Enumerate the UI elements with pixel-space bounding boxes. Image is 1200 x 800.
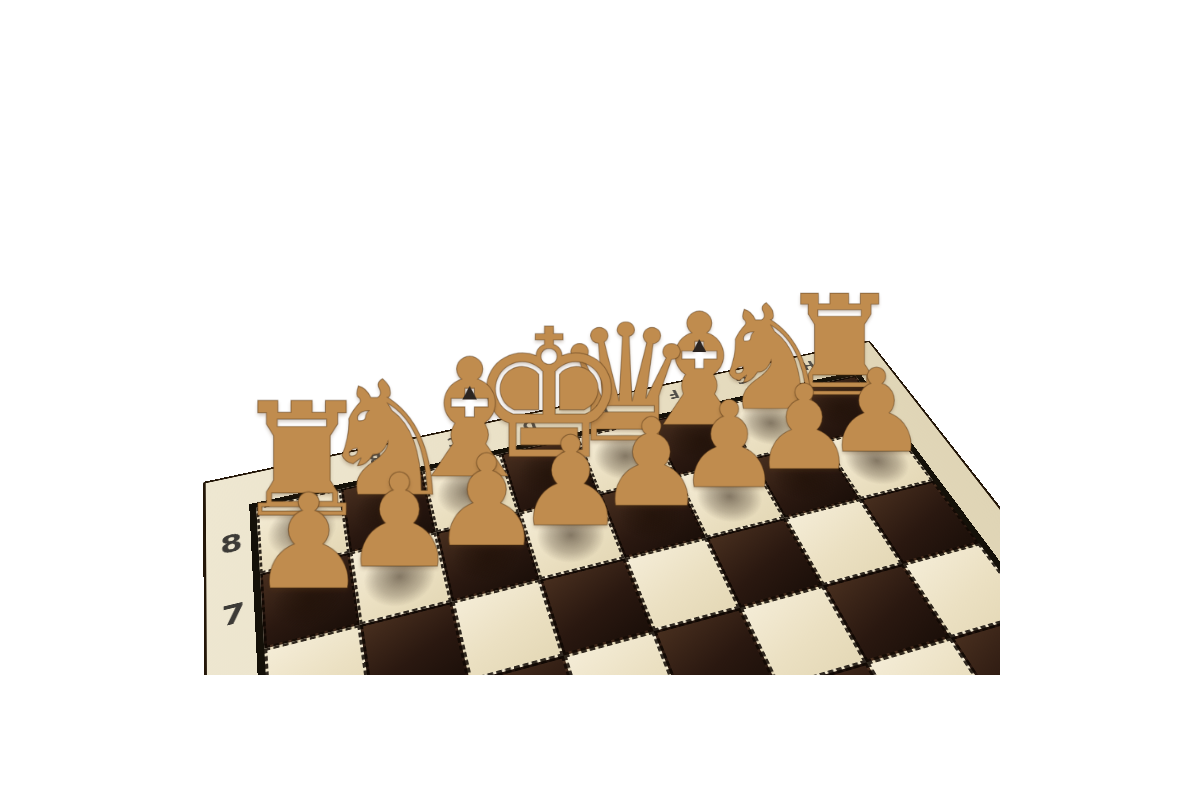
bishop-dark-tip [462,386,477,400]
square-a6[interactable] [264,625,371,675]
chessboard-scene: ♜♞♝♚♛♝♞♜♟♟♟♟♟♟♟♟ ABCDEFGH87654321 [0,0,1000,675]
square-h5[interactable] [903,543,1000,638]
chessboard: ♜♞♝♚♛♝♞♜♟♟♟♟♟♟♟♟ ABCDEFGH87654321 [203,340,1000,675]
photo-crop: ♜♞♝♚♛♝♞♜♟♟♟♟♟♟♟♟ ABCDEFGH87654321 [0,0,1000,675]
rank-label-7: 7 [207,595,261,635]
square-b6[interactable] [360,602,470,675]
piece-white-pawn-a7[interactable]: ♟ [250,481,368,602]
product-photo: ♜♞♝♚♛♝♞♜♟♟♟♟♟♟♟♟ ABCDEFGH87654321 [0,0,1200,800]
board-grid: ♜♞♝♚♛♝♞♜♟♟♟♟♟♟♟♟ [249,371,1000,675]
